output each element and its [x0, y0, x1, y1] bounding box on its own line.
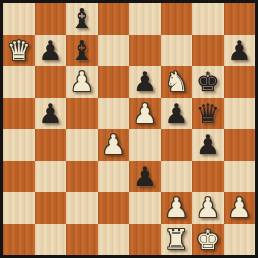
piece-white-pawn: ♟ [70, 66, 94, 97]
square-d5[interactable] [98, 98, 130, 130]
square-c7[interactable]: ♝ [66, 35, 98, 67]
piece-black-pawn: ♟ [227, 35, 251, 66]
square-c3[interactable] [66, 161, 98, 193]
square-c2[interactable] [66, 192, 98, 224]
square-g4[interactable]: ♟ [192, 129, 224, 161]
piece-white-knight: ♞ [164, 66, 188, 97]
piece-white-pawn: ♟ [164, 192, 188, 223]
piece-black-pawn: ♟ [196, 129, 220, 160]
piece-white-pawn: ♟ [227, 192, 251, 223]
square-c4[interactable] [66, 129, 98, 161]
square-d4[interactable]: ♟ [98, 129, 130, 161]
square-c8[interactable]: ♝ [66, 3, 98, 35]
square-e3[interactable]: ♟ [129, 161, 161, 193]
square-b4[interactable] [35, 129, 67, 161]
square-d8[interactable] [98, 3, 130, 35]
chess-board: ♝♛♟♝♟♟♟♞♚♟♟♟♛♟♟♟♟♟♟♜♚ [3, 3, 255, 255]
square-e6[interactable]: ♟ [129, 66, 161, 98]
square-b7[interactable]: ♟ [35, 35, 67, 67]
piece-black-pawn: ♟ [38, 98, 62, 129]
square-f4[interactable] [161, 129, 193, 161]
square-f7[interactable] [161, 35, 193, 67]
square-a7[interactable]: ♛ [3, 35, 35, 67]
square-g8[interactable] [192, 3, 224, 35]
board-frame: ♝♛♟♝♟♟♟♞♚♟♟♟♛♟♟♟♟♟♟♜♚ [0, 0, 258, 258]
square-a5[interactable] [3, 98, 35, 130]
square-d7[interactable] [98, 35, 130, 67]
square-e5[interactable]: ♟ [129, 98, 161, 130]
square-h5[interactable] [224, 98, 256, 130]
piece-black-queen: ♛ [196, 98, 220, 129]
square-a8[interactable] [3, 3, 35, 35]
square-f5[interactable]: ♟ [161, 98, 193, 130]
piece-white-queen: ♛ [7, 35, 31, 66]
square-g2[interactable]: ♟ [192, 192, 224, 224]
square-h6[interactable] [224, 66, 256, 98]
square-f1[interactable]: ♜ [161, 224, 193, 256]
piece-black-bishop: ♝ [70, 35, 94, 66]
piece-black-pawn: ♟ [133, 66, 157, 97]
square-g7[interactable] [192, 35, 224, 67]
piece-black-pawn: ♟ [133, 161, 157, 192]
square-a6[interactable] [3, 66, 35, 98]
square-h3[interactable] [224, 161, 256, 193]
piece-black-king: ♚ [196, 66, 220, 97]
piece-black-pawn: ♟ [38, 35, 62, 66]
square-a1[interactable] [3, 224, 35, 256]
square-d1[interactable] [98, 224, 130, 256]
square-a3[interactable] [3, 161, 35, 193]
square-f3[interactable] [161, 161, 193, 193]
square-h4[interactable] [224, 129, 256, 161]
square-d3[interactable] [98, 161, 130, 193]
square-c6[interactable]: ♟ [66, 66, 98, 98]
piece-white-king: ♚ [196, 224, 220, 255]
square-f6[interactable]: ♞ [161, 66, 193, 98]
piece-black-bishop: ♝ [70, 3, 94, 34]
piece-black-pawn: ♟ [164, 98, 188, 129]
piece-white-pawn: ♟ [196, 192, 220, 223]
square-c1[interactable] [66, 224, 98, 256]
square-b2[interactable] [35, 192, 67, 224]
square-d6[interactable] [98, 66, 130, 98]
square-c5[interactable] [66, 98, 98, 130]
square-h1[interactable] [224, 224, 256, 256]
square-e4[interactable] [129, 129, 161, 161]
square-g6[interactable]: ♚ [192, 66, 224, 98]
square-e2[interactable] [129, 192, 161, 224]
square-e1[interactable] [129, 224, 161, 256]
square-g3[interactable] [192, 161, 224, 193]
square-h8[interactable] [224, 3, 256, 35]
piece-white-pawn: ♟ [101, 129, 125, 160]
square-a2[interactable] [3, 192, 35, 224]
square-g5[interactable]: ♛ [192, 98, 224, 130]
square-f2[interactable]: ♟ [161, 192, 193, 224]
square-d2[interactable] [98, 192, 130, 224]
square-b5[interactable]: ♟ [35, 98, 67, 130]
square-b8[interactable] [35, 3, 67, 35]
piece-white-rook: ♜ [164, 224, 188, 255]
piece-white-pawn: ♟ [133, 98, 157, 129]
square-e8[interactable] [129, 3, 161, 35]
square-f8[interactable] [161, 3, 193, 35]
square-h2[interactable]: ♟ [224, 192, 256, 224]
square-b6[interactable] [35, 66, 67, 98]
square-b1[interactable] [35, 224, 67, 256]
square-a4[interactable] [3, 129, 35, 161]
square-e7[interactable] [129, 35, 161, 67]
square-b3[interactable] [35, 161, 67, 193]
square-g1[interactable]: ♚ [192, 224, 224, 256]
square-h7[interactable]: ♟ [224, 35, 256, 67]
